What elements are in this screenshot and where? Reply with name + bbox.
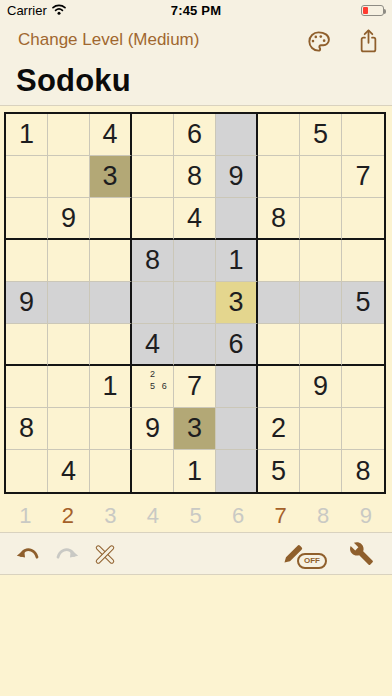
cell-r2c5[interactable]: 8 — [174, 156, 216, 198]
cell-r3c7[interactable]: 8 — [258, 198, 300, 240]
cell-r5c6[interactable]: 3 — [216, 282, 258, 324]
cell-r9c1[interactable] — [6, 450, 48, 492]
cell-r5c1[interactable]: 9 — [6, 282, 48, 324]
cell-r1c7[interactable] — [258, 114, 300, 156]
clear-x-icon[interactable] — [92, 541, 118, 567]
digit-4-button[interactable]: 4 — [132, 499, 175, 532]
cell-r9c6[interactable] — [216, 450, 258, 492]
cell-r2c9[interactable]: 7 — [342, 156, 384, 198]
battery-low-icon — [361, 5, 384, 16]
cell-r7c4[interactable]: 256 — [132, 366, 174, 408]
cell-r8c2[interactable] — [48, 408, 90, 450]
cell-r9c8[interactable] — [300, 450, 342, 492]
cell-r6c5[interactable] — [174, 324, 216, 366]
cell-r9c7[interactable]: 5 — [258, 450, 300, 492]
page-title: Sodoku — [16, 63, 131, 99]
cell-r5c3[interactable] — [90, 282, 132, 324]
cell-r3c1[interactable] — [6, 198, 48, 240]
cell-r5c4[interactable] — [132, 282, 174, 324]
cell-r2c6[interactable]: 9 — [216, 156, 258, 198]
digit-9-button[interactable]: 9 — [345, 499, 388, 532]
cell-r5c2[interactable] — [48, 282, 90, 324]
digit-1-button[interactable]: 1 — [4, 499, 47, 532]
cell-r5c7[interactable] — [258, 282, 300, 324]
cell-r2c1[interactable] — [6, 156, 48, 198]
cell-r9c4[interactable] — [132, 450, 174, 492]
cell-r3c5[interactable]: 4 — [174, 198, 216, 240]
cell-r8c1[interactable]: 8 — [6, 408, 48, 450]
pencil-notes: 256 — [132, 366, 173, 407]
pencil-toggle[interactable]: OFF — [281, 540, 323, 568]
cell-r4c7[interactable] — [258, 240, 300, 282]
cell-r4c6[interactable]: 1 — [216, 240, 258, 282]
digit-6-button[interactable]: 6 — [217, 499, 260, 532]
redo-icon[interactable] — [54, 545, 79, 562]
cell-r3c9[interactable] — [342, 198, 384, 240]
cell-r6c4[interactable]: 4 — [132, 324, 174, 366]
cell-r5c8[interactable] — [300, 282, 342, 324]
cell-r9c2[interactable]: 4 — [48, 450, 90, 492]
bottom-toolbar: OFF — [0, 532, 392, 575]
cell-r7c9[interactable] — [342, 366, 384, 408]
cell-r8c7[interactable]: 2 — [258, 408, 300, 450]
palette-icon[interactable] — [306, 29, 331, 54]
cell-r8c8[interactable] — [300, 408, 342, 450]
cell-r7c1[interactable] — [6, 366, 48, 408]
cell-r1c3[interactable]: 4 — [90, 114, 132, 156]
cell-r6c6[interactable]: 6 — [216, 324, 258, 366]
clock: 7:45 PM — [0, 3, 392, 18]
cell-r7c6[interactable] — [216, 366, 258, 408]
cell-r4c1[interactable] — [6, 240, 48, 282]
cell-r6c1[interactable] — [6, 324, 48, 366]
cell-r4c4[interactable]: 8 — [132, 240, 174, 282]
cell-r7c5[interactable]: 7 — [174, 366, 216, 408]
header-area: Carrier 7:45 PM Change Level (Medium) — [0, 0, 392, 106]
cell-r8c5[interactable]: 3 — [174, 408, 216, 450]
cell-r3c8[interactable] — [300, 198, 342, 240]
cell-r1c1[interactable]: 1 — [6, 114, 48, 156]
cell-r9c3[interactable] — [90, 450, 132, 492]
cell-r3c3[interactable] — [90, 198, 132, 240]
cell-r1c5[interactable]: 6 — [174, 114, 216, 156]
cell-r1c9[interactable] — [342, 114, 384, 156]
cell-r1c4[interactable] — [132, 114, 174, 156]
cell-r8c4[interactable]: 9 — [132, 408, 174, 450]
cell-r6c3[interactable] — [90, 324, 132, 366]
cell-r2c8[interactable] — [300, 156, 342, 198]
digit-8-button[interactable]: 8 — [302, 499, 345, 532]
cell-r2c7[interactable] — [258, 156, 300, 198]
cell-r1c6[interactable] — [216, 114, 258, 156]
cell-r8c6[interactable] — [216, 408, 258, 450]
cell-r5c9[interactable]: 5 — [342, 282, 384, 324]
cell-r4c9[interactable] — [342, 240, 384, 282]
cell-r3c4[interactable] — [132, 198, 174, 240]
digit-2-button[interactable]: 2 — [47, 499, 90, 532]
status-bar: Carrier 7:45 PM — [0, 0, 392, 20]
cell-r6c8[interactable] — [300, 324, 342, 366]
cell-r7c8[interactable]: 9 — [300, 366, 342, 408]
cell-r7c7[interactable] — [258, 366, 300, 408]
cell-r1c8[interactable]: 5 — [300, 114, 342, 156]
cell-r4c5[interactable] — [174, 240, 216, 282]
sudoku-board: 14653897948819354612567989324158 — [4, 112, 386, 494]
wrench-icon[interactable] — [349, 541, 374, 566]
cell-r6c9[interactable] — [342, 324, 384, 366]
cell-r8c3[interactable] — [90, 408, 132, 450]
cell-r4c3[interactable] — [90, 240, 132, 282]
cell-r4c2[interactable] — [48, 240, 90, 282]
number-picker: 123456789 — [4, 499, 387, 532]
cell-r2c2[interactable] — [48, 156, 90, 198]
cell-r9c5[interactable]: 1 — [174, 450, 216, 492]
cell-r4c8[interactable] — [300, 240, 342, 282]
cell-r6c7[interactable] — [258, 324, 300, 366]
cell-r2c4[interactable] — [132, 156, 174, 198]
undo-icon[interactable] — [16, 545, 41, 562]
cell-r5c5[interactable] — [174, 282, 216, 324]
digit-7-button[interactable]: 7 — [259, 499, 302, 532]
cell-r6c2[interactable] — [48, 324, 90, 366]
cell-r3c6[interactable] — [216, 198, 258, 240]
change-level-button[interactable]: Change Level (Medium) — [18, 30, 199, 50]
digit-3-button[interactable]: 3 — [89, 499, 132, 532]
cell-r2c3[interactable]: 3 — [90, 156, 132, 198]
cell-r1c2[interactable] — [48, 114, 90, 156]
cell-r3c2[interactable]: 9 — [48, 198, 90, 240]
cell-r8c9[interactable] — [342, 408, 384, 450]
cell-r7c3[interactable]: 1 — [90, 366, 132, 408]
pencil-off-badge: OFF — [297, 553, 327, 569]
nav-bar: Change Level (Medium) — [0, 28, 392, 54]
digit-5-button[interactable]: 5 — [174, 499, 217, 532]
cell-r9c9[interactable]: 8 — [342, 450, 384, 492]
share-icon[interactable] — [357, 28, 380, 54]
cell-r7c2[interactable] — [48, 366, 90, 408]
